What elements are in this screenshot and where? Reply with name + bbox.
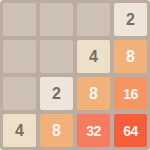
tile-64: 64 [114, 114, 147, 147]
board-2048[interactable]: 2482816483264 [0, 0, 150, 150]
tile-2: 2 [114, 3, 147, 36]
empty-cell [3, 77, 36, 110]
tile-2: 2 [40, 77, 73, 110]
tile-16: 16 [114, 77, 147, 110]
tile-8: 8 [40, 114, 73, 147]
tile-32: 32 [77, 114, 110, 147]
tile-8: 8 [77, 77, 110, 110]
tile-8: 8 [114, 40, 147, 73]
empty-cell [3, 3, 36, 36]
empty-cell [40, 3, 73, 36]
tile-4: 4 [77, 40, 110, 73]
tile-4: 4 [3, 114, 36, 147]
empty-cell [40, 40, 73, 73]
empty-cell [3, 40, 36, 73]
empty-cell [77, 3, 110, 36]
